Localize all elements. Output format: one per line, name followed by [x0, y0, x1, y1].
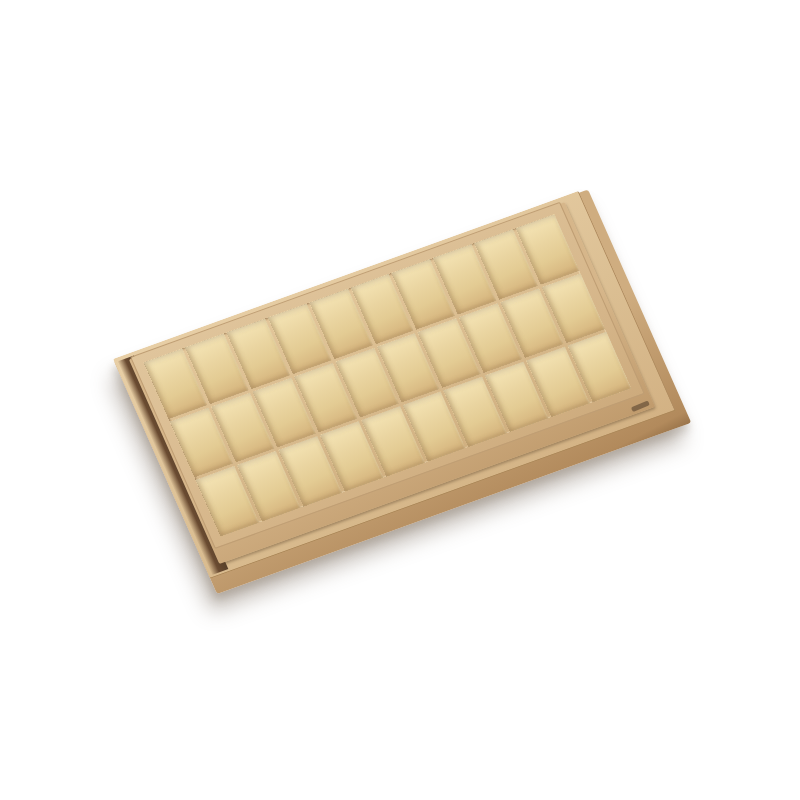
photo-canvas	[0, 0, 800, 800]
wooden-tray-scene	[130, 202, 645, 549]
